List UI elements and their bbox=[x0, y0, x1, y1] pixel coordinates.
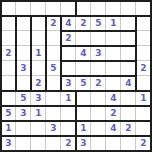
cell-r6c6[interactable] bbox=[91, 91, 106, 106]
given-digit: 1 bbox=[140, 94, 146, 103]
cell-r7c5[interactable] bbox=[76, 106, 91, 121]
cell-r3c4[interactable] bbox=[61, 46, 76, 61]
given-digit: 2 bbox=[110, 109, 116, 118]
cell-r7c9[interactable] bbox=[136, 106, 151, 121]
given-digit: 5 bbox=[50, 64, 56, 73]
cell-r9c1[interactable] bbox=[16, 136, 31, 151]
cell-r2c1[interactable] bbox=[16, 31, 31, 46]
given-digit: 4 bbox=[65, 19, 71, 28]
given-digit: 3 bbox=[80, 139, 86, 148]
cell-r0c2[interactable] bbox=[31, 1, 46, 16]
cell-r1c9[interactable] bbox=[136, 16, 151, 31]
cell-r5c4[interactable]: 3 bbox=[61, 76, 76, 91]
cell-r1c3[interactable]: 2 bbox=[46, 16, 61, 31]
cell-r8c0[interactable]: 1 bbox=[1, 121, 16, 136]
cell-r1c7[interactable]: 1 bbox=[106, 16, 121, 31]
cell-r8c3[interactable]: 3 bbox=[46, 121, 61, 136]
cell-r4c6[interactable] bbox=[91, 61, 106, 76]
cell-r0c3[interactable] bbox=[46, 1, 61, 16]
cell-r7c7[interactable]: 2 bbox=[106, 106, 121, 121]
cell-r0c7[interactable] bbox=[106, 1, 121, 16]
cell-r9c7[interactable] bbox=[106, 136, 121, 151]
given-digit: 5 bbox=[5, 109, 11, 118]
cell-r5c7[interactable] bbox=[106, 76, 121, 91]
cell-r8c2[interactable] bbox=[31, 121, 46, 136]
cell-r1c8[interactable] bbox=[121, 16, 136, 31]
given-digit: 1 bbox=[110, 19, 116, 28]
cell-r0c4[interactable] bbox=[61, 1, 76, 16]
cell-r9c9[interactable]: 2 bbox=[136, 136, 151, 151]
cell-r6c9[interactable]: 1 bbox=[136, 91, 151, 106]
cell-r3c5[interactable]: 4 bbox=[76, 46, 91, 61]
cell-r5c5[interactable]: 5 bbox=[76, 76, 91, 91]
cell-r7c3[interactable] bbox=[46, 106, 61, 121]
given-digit: 2 bbox=[140, 64, 146, 73]
cell-r7c6[interactable] bbox=[91, 106, 106, 121]
cell-r1c5[interactable]: 2 bbox=[76, 16, 91, 31]
cell-r8c9[interactable] bbox=[136, 121, 151, 136]
cell-r2c9[interactable] bbox=[136, 31, 151, 46]
cell-r3c9[interactable] bbox=[136, 46, 151, 61]
given-digit: 4 bbox=[125, 79, 131, 88]
given-digit: 2 bbox=[80, 19, 86, 28]
cell-r6c4[interactable]: 1 bbox=[61, 91, 76, 106]
given-digit: 2 bbox=[35, 79, 41, 88]
cell-r6c8[interactable] bbox=[121, 91, 136, 106]
cell-r9c2[interactable] bbox=[31, 136, 46, 151]
given-digit: 1 bbox=[65, 94, 71, 103]
given-digit: 2 bbox=[125, 124, 131, 133]
given-digit: 2 bbox=[50, 19, 56, 28]
cell-r3c7[interactable] bbox=[106, 46, 121, 61]
cell-r1c4[interactable]: 4 bbox=[61, 16, 76, 31]
cell-r3c8[interactable] bbox=[121, 46, 136, 61]
cell-r0c8[interactable] bbox=[121, 1, 136, 16]
cell-r1c2[interactable] bbox=[31, 16, 46, 31]
cell-r1c1[interactable] bbox=[16, 16, 31, 31]
cell-r3c0[interactable]: 2 bbox=[1, 46, 16, 61]
cell-r9c6[interactable] bbox=[91, 136, 106, 151]
cell-r7c2[interactable]: 1 bbox=[31, 106, 46, 121]
given-digit: 1 bbox=[35, 49, 41, 58]
cell-r3c3[interactable] bbox=[46, 46, 61, 61]
cell-r7c0[interactable]: 5 bbox=[1, 106, 16, 121]
cell-r7c8[interactable] bbox=[121, 106, 136, 121]
cell-r6c5[interactable] bbox=[76, 91, 91, 106]
cell-r4c8[interactable] bbox=[121, 61, 136, 76]
cell-r4c1[interactable]: 3 bbox=[16, 61, 31, 76]
cell-r2c5[interactable] bbox=[76, 31, 91, 46]
cell-r0c1[interactable] bbox=[16, 1, 31, 16]
puzzle-board: 242512214335223524531415312131423232 bbox=[0, 0, 152, 152]
given-digit: 3 bbox=[65, 79, 71, 88]
cell-r4c5[interactable] bbox=[76, 61, 91, 76]
cell-r9c4[interactable]: 2 bbox=[61, 136, 76, 151]
cell-r8c8[interactable]: 2 bbox=[121, 121, 136, 136]
cell-r6c3[interactable] bbox=[46, 91, 61, 106]
cell-r4c2[interactable] bbox=[31, 61, 46, 76]
cell-r3c6[interactable]: 3 bbox=[91, 46, 106, 61]
cell-r6c2[interactable]: 3 bbox=[31, 91, 46, 106]
cell-r8c4[interactable] bbox=[61, 121, 76, 136]
cell-r2c4[interactable]: 2 bbox=[61, 31, 76, 46]
cell-r3c1[interactable] bbox=[16, 46, 31, 61]
cell-r5c0[interactable] bbox=[1, 76, 16, 91]
cell-r1c6[interactable]: 5 bbox=[91, 16, 106, 31]
given-digit: 2 bbox=[65, 34, 71, 43]
cell-r2c8[interactable] bbox=[121, 31, 136, 46]
cell-r4c7[interactable] bbox=[106, 61, 121, 76]
cell-r6c7[interactable]: 4 bbox=[106, 91, 121, 106]
cell-r2c7[interactable] bbox=[106, 31, 121, 46]
given-digit: 2 bbox=[5, 49, 11, 58]
given-digit: 1 bbox=[5, 124, 11, 133]
cell-r7c1[interactable]: 3 bbox=[16, 106, 31, 121]
cell-r4c3[interactable]: 5 bbox=[46, 61, 61, 76]
cell-r0c5[interactable] bbox=[76, 1, 91, 16]
cell-r0c6[interactable] bbox=[91, 1, 106, 16]
cell-r9c3[interactable] bbox=[46, 136, 61, 151]
cell-r8c1[interactable] bbox=[16, 121, 31, 136]
cell-r5c1[interactable] bbox=[16, 76, 31, 91]
given-digit: 2 bbox=[95, 79, 101, 88]
cell-r0c0[interactable] bbox=[1, 1, 16, 16]
given-digit: 3 bbox=[95, 49, 101, 58]
cell-r6c0[interactable] bbox=[1, 91, 16, 106]
cell-r5c8[interactable]: 4 bbox=[121, 76, 136, 91]
cell-r1c0[interactable] bbox=[1, 16, 16, 31]
cell-r9c8[interactable] bbox=[121, 136, 136, 151]
cell-r9c0[interactable]: 3 bbox=[1, 136, 16, 151]
given-digit: 3 bbox=[20, 109, 26, 118]
cell-r5c9[interactable] bbox=[136, 76, 151, 91]
cell-r8c6[interactable] bbox=[91, 121, 106, 136]
cell-r0c9[interactable] bbox=[136, 1, 151, 16]
given-digit: 4 bbox=[80, 49, 86, 58]
cell-r4c0[interactable] bbox=[1, 61, 16, 76]
cell-r8c5[interactable]: 1 bbox=[76, 121, 91, 136]
board-grid: 242512214335223524531415312131423232 bbox=[1, 1, 151, 151]
given-digit: 4 bbox=[110, 124, 116, 133]
cell-r4c4[interactable] bbox=[61, 61, 76, 76]
cell-r2c3[interactable] bbox=[46, 31, 61, 46]
given-digit: 2 bbox=[65, 139, 71, 148]
given-digit: 1 bbox=[35, 109, 41, 118]
cell-r3c2[interactable]: 1 bbox=[31, 46, 46, 61]
given-digit: 2 bbox=[140, 139, 146, 148]
cell-r4c9[interactable]: 2 bbox=[136, 61, 151, 76]
given-digit: 1 bbox=[80, 124, 86, 133]
cell-r5c2[interactable]: 2 bbox=[31, 76, 46, 91]
given-digit: 4 bbox=[110, 94, 116, 103]
cell-r2c0[interactable] bbox=[1, 31, 16, 46]
cell-r2c6[interactable] bbox=[91, 31, 106, 46]
given-digit: 5 bbox=[80, 79, 86, 88]
cell-r6c1[interactable]: 5 bbox=[16, 91, 31, 106]
cell-r9c5[interactable]: 3 bbox=[76, 136, 91, 151]
cell-r8c7[interactable]: 4 bbox=[106, 121, 121, 136]
cell-r5c3[interactable] bbox=[46, 76, 61, 91]
given-digit: 5 bbox=[20, 94, 26, 103]
given-digit: 3 bbox=[20, 64, 26, 73]
given-digit: 3 bbox=[35, 94, 41, 103]
given-digit: 3 bbox=[50, 124, 56, 133]
given-digit: 3 bbox=[5, 139, 11, 148]
cell-r7c4[interactable] bbox=[61, 106, 76, 121]
cell-r5c6[interactable]: 2 bbox=[91, 76, 106, 91]
cell-r2c2[interactable] bbox=[31, 31, 46, 46]
given-digit: 5 bbox=[95, 19, 101, 28]
